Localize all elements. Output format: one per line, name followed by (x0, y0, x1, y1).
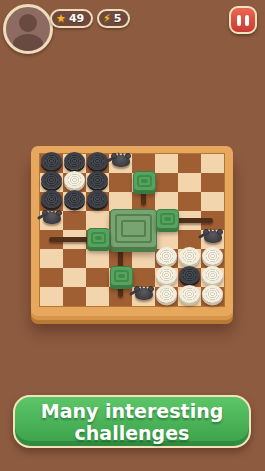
white-checker[interactable] (179, 247, 200, 265)
white-checker[interactable] (202, 247, 223, 265)
promo-banner[interactable]: Many interesting challenges (13, 395, 251, 448)
black-checker[interactable] (41, 152, 62, 170)
mouse-ear-r (217, 229, 223, 235)
energy-counter: ⚡ 5 (97, 9, 130, 28)
black-checker[interactable] (87, 152, 108, 170)
white-checker[interactable] (156, 285, 177, 303)
stars-counter: ★ 49 (50, 9, 93, 28)
pieces-layer (40, 154, 224, 306)
avatar-head-silhouette (19, 14, 37, 32)
avatar-shoulders-silhouette (13, 34, 43, 54)
mouse-ear-r (125, 153, 131, 159)
white-checker[interactable] (202, 285, 223, 303)
avatar[interactable] (3, 4, 53, 54)
game-screen: ★ 49 ⚡ 5 Many interesting challenges (0, 0, 265, 471)
green-block[interactable] (110, 266, 133, 286)
white-checker[interactable] (202, 266, 223, 284)
mouse-piece[interactable] (111, 152, 131, 167)
white-checker[interactable] (156, 247, 177, 265)
green-block[interactable] (133, 171, 156, 191)
mouse-ear-r (148, 286, 154, 292)
block-core (95, 236, 102, 240)
mouse-piece[interactable] (134, 285, 154, 300)
black-checker[interactable] (87, 190, 108, 208)
black-checker[interactable] (41, 171, 62, 189)
green-block[interactable] (87, 228, 110, 248)
top-hud: ★ 49 ⚡ 5 (0, 0, 265, 56)
lightning-icon: ⚡ (103, 13, 111, 24)
white-checker[interactable] (64, 171, 85, 189)
pause-button[interactable] (229, 6, 257, 34)
white-checker[interactable] (179, 285, 200, 303)
black-checker[interactable] (179, 266, 200, 284)
mouse-piece[interactable] (203, 228, 223, 243)
pause-icon (245, 15, 249, 26)
black-checker[interactable] (64, 152, 85, 170)
block-core (121, 220, 146, 237)
checkers-board (31, 146, 233, 316)
star-icon: ★ (56, 13, 66, 24)
energy-count: 5 (114, 12, 122, 25)
big-green-block[interactable] (110, 209, 157, 248)
board-grid (40, 154, 224, 306)
banner-text: Many interesting challenges (32, 400, 232, 444)
mouse-ear-r (56, 210, 62, 216)
stars-count: 49 (69, 12, 84, 25)
black-checker[interactable] (87, 171, 108, 189)
black-checker[interactable] (41, 190, 62, 208)
mouse-piece[interactable] (42, 209, 62, 224)
block-core (164, 217, 171, 221)
block-core (118, 274, 125, 278)
pause-icon (237, 15, 241, 26)
black-checker[interactable] (64, 190, 85, 208)
block-core (141, 179, 148, 183)
white-checker[interactable] (156, 266, 177, 284)
green-block[interactable] (156, 209, 179, 229)
